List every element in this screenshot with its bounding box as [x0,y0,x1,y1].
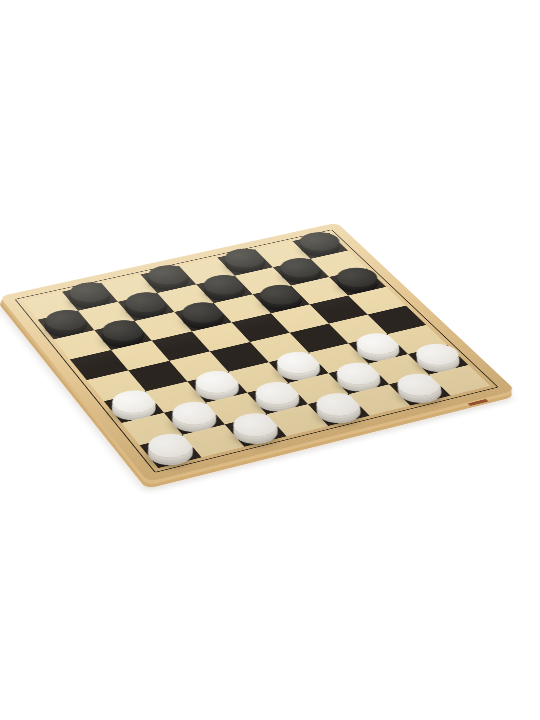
black-piece[interactable] [293,229,346,254]
board-grid [22,233,490,468]
product-photo-canvas [0,0,540,720]
brand-stamp [468,399,489,406]
checkers-board [0,223,516,482]
